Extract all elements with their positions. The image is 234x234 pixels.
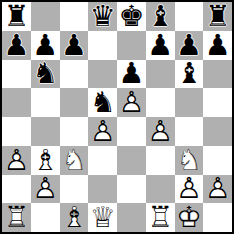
black-pawn-icon: ♟ — [2, 31, 31, 60]
piece-white-pawn: ♟♙ — [175, 175, 204, 204]
piece-white-pawn: ♟♙ — [203, 175, 232, 204]
square-f1[interactable]: ♜♖ — [146, 203, 175, 232]
square-e5[interactable]: ♟♙ — [117, 88, 146, 117]
piece-black-rook: ♜ — [2, 2, 31, 31]
square-h2[interactable]: ♟♙ — [203, 175, 232, 204]
piece-black-knight: ♞ — [31, 60, 60, 89]
white-rook-outline-icon: ♖ — [146, 203, 175, 232]
square-a4[interactable] — [2, 117, 31, 146]
square-h8[interactable]: ♜ — [203, 2, 232, 31]
piece-black-pawn: ♟ — [175, 31, 204, 60]
piece-white-pawn: ♟♙ — [146, 117, 175, 146]
square-d1[interactable]: ♛♕ — [88, 203, 117, 232]
square-g3[interactable]: ♞♘ — [175, 146, 204, 175]
square-c8[interactable] — [60, 2, 89, 31]
square-d8[interactable]: ♛ — [88, 2, 117, 31]
white-pawn-outline-icon: ♙ — [175, 175, 204, 204]
black-bishop-icon: ♝ — [175, 60, 204, 89]
black-pawn-icon: ♟ — [117, 60, 146, 89]
black-pawn-icon: ♟ — [31, 31, 60, 60]
square-f2[interactable] — [146, 175, 175, 204]
piece-white-bishop: ♝♗ — [31, 146, 60, 175]
piece-black-king: ♚ — [117, 2, 146, 31]
piece-white-pawn: ♟♙ — [88, 117, 117, 146]
black-knight-icon: ♞ — [31, 60, 60, 89]
square-a3[interactable]: ♟♙ — [2, 146, 31, 175]
black-rook-icon: ♜ — [203, 2, 232, 31]
square-d5[interactable]: ♞ — [88, 88, 117, 117]
square-e2[interactable] — [117, 175, 146, 204]
square-f6[interactable] — [146, 60, 175, 89]
square-c1[interactable]: ♝♗ — [60, 203, 89, 232]
square-g6[interactable]: ♝ — [175, 60, 204, 89]
white-pawn-outline-icon: ♙ — [2, 146, 31, 175]
piece-white-knight: ♞♘ — [175, 146, 204, 175]
white-rook-outline-icon: ♖ — [2, 203, 31, 232]
white-pawn-outline-icon: ♙ — [88, 117, 117, 146]
piece-black-queen: ♛ — [88, 2, 117, 31]
square-a6[interactable] — [2, 60, 31, 89]
piece-white-king: ♚♔ — [175, 203, 204, 232]
square-g5[interactable] — [175, 88, 204, 117]
square-e8[interactable]: ♚ — [117, 2, 146, 31]
white-knight-outline-icon: ♘ — [60, 146, 89, 175]
square-c6[interactable] — [60, 60, 89, 89]
white-pawn-outline-icon: ♙ — [146, 117, 175, 146]
square-g7[interactable]: ♟ — [175, 31, 204, 60]
square-c4[interactable] — [60, 117, 89, 146]
square-h6[interactable] — [203, 60, 232, 89]
square-c3[interactable]: ♞♘ — [60, 146, 89, 175]
black-pawn-icon: ♟ — [203, 31, 232, 60]
square-a1[interactable]: ♜♖ — [2, 203, 31, 232]
piece-black-pawn: ♟ — [203, 31, 232, 60]
black-rook-icon: ♜ — [2, 2, 31, 31]
square-b7[interactable]: ♟ — [31, 31, 60, 60]
square-b5[interactable] — [31, 88, 60, 117]
square-h3[interactable] — [203, 146, 232, 175]
piece-white-pawn: ♟♙ — [117, 88, 146, 117]
piece-white-bishop: ♝♗ — [60, 203, 89, 232]
white-pawn-outline-icon: ♙ — [203, 175, 232, 204]
square-d6[interactable] — [88, 60, 117, 89]
square-c5[interactable] — [60, 88, 89, 117]
white-queen-outline-icon: ♕ — [88, 203, 117, 232]
square-e7[interactable] — [117, 31, 146, 60]
white-pawn-outline-icon: ♙ — [117, 88, 146, 117]
piece-white-pawn: ♟♙ — [31, 175, 60, 204]
square-a5[interactable] — [2, 88, 31, 117]
piece-black-pawn: ♟ — [60, 31, 89, 60]
square-e1[interactable] — [117, 203, 146, 232]
black-pawn-icon: ♟ — [60, 31, 89, 60]
square-g8[interactable] — [175, 2, 204, 31]
white-knight-outline-icon: ♘ — [175, 146, 204, 175]
piece-black-rook: ♜ — [203, 2, 232, 31]
square-f3[interactable] — [146, 146, 175, 175]
white-pawn-outline-icon: ♙ — [31, 175, 60, 204]
square-h7[interactable]: ♟ — [203, 31, 232, 60]
black-queen-icon: ♛ — [88, 2, 117, 31]
square-a7[interactable]: ♟ — [2, 31, 31, 60]
square-b8[interactable] — [31, 2, 60, 31]
black-pawn-icon: ♟ — [146, 31, 175, 60]
square-f5[interactable] — [146, 88, 175, 117]
white-king-outline-icon: ♔ — [175, 203, 204, 232]
square-h1[interactable] — [203, 203, 232, 232]
square-d4[interactable]: ♟♙ — [88, 117, 117, 146]
black-king-icon: ♚ — [117, 2, 146, 31]
piece-white-queen: ♛♕ — [88, 203, 117, 232]
square-e4[interactable] — [117, 117, 146, 146]
white-bishop-outline-icon: ♗ — [60, 203, 89, 232]
piece-white-pawn: ♟♙ — [2, 146, 31, 175]
piece-black-pawn: ♟ — [31, 31, 60, 60]
square-b2[interactable]: ♟♙ — [31, 175, 60, 204]
square-h4[interactable] — [203, 117, 232, 146]
black-bishop-icon: ♝ — [146, 2, 175, 31]
piece-white-knight: ♞♘ — [60, 146, 89, 175]
square-b4[interactable] — [31, 117, 60, 146]
black-pawn-icon: ♟ — [175, 31, 204, 60]
piece-black-pawn: ♟ — [2, 31, 31, 60]
square-e6[interactable]: ♟ — [117, 60, 146, 89]
chess-board: ♜♛♚♝♜♟♟♟♟♟♟♞♟♝♞♟♙♟♙♟♙♟♙♝♗♞♘♞♘♟♙♟♙♟♙♜♖♝♗♛… — [0, 0, 234, 234]
square-c7[interactable]: ♟ — [60, 31, 89, 60]
piece-black-bishop: ♝ — [146, 2, 175, 31]
square-a2[interactable] — [2, 175, 31, 204]
square-d3[interactable] — [88, 146, 117, 175]
square-g4[interactable] — [175, 117, 204, 146]
piece-black-knight: ♞ — [88, 88, 117, 117]
piece-black-pawn: ♟ — [146, 31, 175, 60]
square-e3[interactable] — [117, 146, 146, 175]
square-f8[interactable]: ♝ — [146, 2, 175, 31]
black-knight-icon: ♞ — [88, 88, 117, 117]
piece-black-bishop: ♝ — [175, 60, 204, 89]
square-f4[interactable]: ♟♙ — [146, 117, 175, 146]
square-g1[interactable]: ♚♔ — [175, 203, 204, 232]
piece-white-rook: ♜♖ — [2, 203, 31, 232]
piece-black-pawn: ♟ — [117, 60, 146, 89]
piece-white-rook: ♜♖ — [146, 203, 175, 232]
square-b1[interactable] — [31, 203, 60, 232]
square-f7[interactable]: ♟ — [146, 31, 175, 60]
square-b6[interactable]: ♞ — [31, 60, 60, 89]
square-d7[interactable] — [88, 31, 117, 60]
square-a8[interactable]: ♜ — [2, 2, 31, 31]
white-bishop-outline-icon: ♗ — [31, 146, 60, 175]
square-c2[interactable] — [60, 175, 89, 204]
square-h5[interactable] — [203, 88, 232, 117]
square-d2[interactable] — [88, 175, 117, 204]
square-g2[interactable]: ♟♙ — [175, 175, 204, 204]
square-b3[interactable]: ♝♗ — [31, 146, 60, 175]
